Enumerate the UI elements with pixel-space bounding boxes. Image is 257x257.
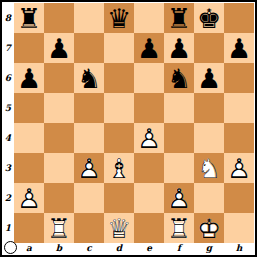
file-label: d bbox=[104, 242, 134, 255]
square-e1[interactable] bbox=[134, 213, 164, 243]
square-a5[interactable] bbox=[14, 93, 44, 123]
square-d3[interactable]: ♝♗ bbox=[104, 153, 134, 183]
white-piece-fill: ♟ bbox=[14, 183, 44, 213]
square-e5[interactable] bbox=[134, 93, 164, 123]
rank-label: 2 bbox=[2, 183, 14, 213]
piece-black-knight[interactable]: ♞ bbox=[74, 63, 104, 93]
square-g2[interactable] bbox=[194, 183, 224, 213]
piece-white-pawn[interactable]: ♟♙ bbox=[164, 183, 194, 213]
piece-black-knight[interactable]: ♞ bbox=[164, 63, 194, 93]
black-piece-glyph: ♜ bbox=[164, 3, 194, 33]
white-piece-outline: ♙ bbox=[14, 183, 44, 213]
square-d6[interactable] bbox=[104, 63, 134, 93]
rank-label: 6 bbox=[2, 63, 14, 93]
square-b5[interactable] bbox=[44, 93, 74, 123]
square-a4[interactable] bbox=[14, 123, 44, 153]
piece-black-pawn[interactable]: ♟ bbox=[134, 33, 164, 63]
black-piece-glyph: ♜ bbox=[14, 3, 44, 33]
black-piece-glyph: ♟ bbox=[194, 63, 224, 93]
rank-label: 8 bbox=[2, 3, 14, 33]
piece-white-rook[interactable]: ♜♖ bbox=[164, 213, 194, 243]
square-c4[interactable] bbox=[74, 123, 104, 153]
square-h6[interactable] bbox=[224, 63, 254, 93]
white-piece-fill: ♜ bbox=[44, 213, 74, 243]
white-piece-fill: ♞ bbox=[194, 153, 224, 183]
white-piece-fill: ♟ bbox=[134, 123, 164, 153]
piece-white-pawn[interactable]: ♟♙ bbox=[74, 153, 104, 183]
square-a7[interactable] bbox=[14, 33, 44, 63]
file-label: h bbox=[224, 242, 254, 255]
square-e2[interactable] bbox=[134, 183, 164, 213]
piece-white-king[interactable]: ♚♔ bbox=[194, 213, 224, 243]
piece-black-pawn[interactable]: ♟ bbox=[164, 33, 194, 63]
square-d2[interactable] bbox=[104, 183, 134, 213]
rank-label: 1 bbox=[2, 213, 14, 243]
square-g6[interactable]: ♟ bbox=[194, 63, 224, 93]
square-h3[interactable]: ♟♙ bbox=[224, 153, 254, 183]
black-piece-glyph: ♟ bbox=[134, 33, 164, 63]
white-piece-outline: ♖ bbox=[44, 213, 74, 243]
rank-label: 3 bbox=[2, 153, 14, 183]
square-a2[interactable]: ♟♙ bbox=[14, 183, 44, 213]
square-h4[interactable] bbox=[224, 123, 254, 153]
white-piece-outline: ♘ bbox=[194, 153, 224, 183]
white-piece-outline: ♙ bbox=[224, 153, 254, 183]
square-a1[interactable] bbox=[14, 213, 44, 243]
white-piece-outline: ♙ bbox=[164, 183, 194, 213]
square-f4[interactable] bbox=[164, 123, 194, 153]
square-b2[interactable] bbox=[44, 183, 74, 213]
square-h5[interactable] bbox=[224, 93, 254, 123]
piece-black-rook[interactable]: ♜ bbox=[164, 3, 194, 33]
square-h7[interactable]: ♟ bbox=[224, 33, 254, 63]
square-b7[interactable]: ♟ bbox=[44, 33, 74, 63]
square-e8[interactable] bbox=[134, 3, 164, 33]
piece-white-bishop[interactable]: ♝♗ bbox=[104, 153, 134, 183]
piece-white-knight[interactable]: ♞♘ bbox=[194, 153, 224, 183]
square-e4[interactable]: ♟♙ bbox=[134, 123, 164, 153]
square-f6[interactable]: ♞ bbox=[164, 63, 194, 93]
square-a3[interactable] bbox=[14, 153, 44, 183]
square-g1[interactable]: ♚♔ bbox=[194, 213, 224, 243]
square-f8[interactable]: ♜ bbox=[164, 3, 194, 33]
square-c5[interactable] bbox=[74, 93, 104, 123]
piece-white-pawn[interactable]: ♟♙ bbox=[14, 183, 44, 213]
piece-black-pawn[interactable]: ♟ bbox=[14, 63, 44, 93]
piece-black-rook[interactable]: ♜ bbox=[14, 3, 44, 33]
square-f5[interactable] bbox=[164, 93, 194, 123]
square-f7[interactable]: ♟ bbox=[164, 33, 194, 63]
square-d5[interactable] bbox=[104, 93, 134, 123]
square-h2[interactable] bbox=[224, 183, 254, 213]
square-c3[interactable]: ♟♙ bbox=[74, 153, 104, 183]
piece-white-queen[interactable]: ♛♕ bbox=[104, 213, 134, 243]
rank-label: 7 bbox=[2, 33, 14, 63]
square-f2[interactable]: ♟♙ bbox=[164, 183, 194, 213]
piece-white-pawn[interactable]: ♟♙ bbox=[134, 123, 164, 153]
file-label: f bbox=[164, 242, 194, 255]
file-label: c bbox=[74, 242, 104, 255]
white-piece-outline: ♔ bbox=[194, 213, 224, 243]
black-piece-glyph: ♟ bbox=[164, 33, 194, 63]
rank-labels: 8 7 6 5 4 3 2 1 bbox=[2, 3, 14, 243]
square-g3[interactable]: ♞♘ bbox=[194, 153, 224, 183]
square-c8[interactable] bbox=[74, 3, 104, 33]
black-piece-glyph: ♟ bbox=[44, 33, 74, 63]
white-piece-fill: ♟ bbox=[164, 183, 194, 213]
square-d4[interactable] bbox=[104, 123, 134, 153]
square-g4[interactable] bbox=[194, 123, 224, 153]
file-label: e bbox=[134, 242, 164, 255]
piece-white-rook[interactable]: ♜♖ bbox=[44, 213, 74, 243]
square-b3[interactable] bbox=[44, 153, 74, 183]
square-e3[interactable] bbox=[134, 153, 164, 183]
square-d7[interactable] bbox=[104, 33, 134, 63]
square-b6[interactable] bbox=[44, 63, 74, 93]
square-b4[interactable] bbox=[44, 123, 74, 153]
square-g7[interactable] bbox=[194, 33, 224, 63]
square-a8[interactable]: ♜ bbox=[14, 3, 44, 33]
rank-label: 4 bbox=[2, 123, 14, 153]
piece-black-queen[interactable]: ♛ bbox=[104, 3, 134, 33]
white-piece-outline: ♖ bbox=[164, 213, 194, 243]
black-piece-glyph: ♛ bbox=[104, 3, 134, 33]
square-c7[interactable] bbox=[74, 33, 104, 63]
white-piece-outline: ♙ bbox=[74, 153, 104, 183]
piece-white-pawn[interactable]: ♟♙ bbox=[224, 153, 254, 183]
square-c2[interactable] bbox=[74, 183, 104, 213]
square-f3[interactable] bbox=[164, 153, 194, 183]
white-piece-outline: ♙ bbox=[134, 123, 164, 153]
black-piece-glyph: ♞ bbox=[74, 63, 104, 93]
white-piece-outline: ♗ bbox=[104, 153, 134, 183]
file-label: a bbox=[14, 242, 44, 255]
white-piece-fill: ♚ bbox=[194, 213, 224, 243]
white-piece-fill: ♟ bbox=[74, 153, 104, 183]
file-label: g bbox=[194, 242, 224, 255]
piece-black-pawn[interactable]: ♟ bbox=[224, 33, 254, 63]
square-e7[interactable]: ♟ bbox=[134, 33, 164, 63]
piece-black-pawn[interactable]: ♟ bbox=[44, 33, 74, 63]
chess-diagram: 8 7 6 5 4 3 2 1 ♜♛♜♚♟♟♟♟♟♞♞♟♟♙♟♙♝♗♞♘♟♙♟♙… bbox=[0, 0, 257, 257]
square-g5[interactable] bbox=[194, 93, 224, 123]
square-e6[interactable] bbox=[134, 63, 164, 93]
square-c6[interactable]: ♞ bbox=[74, 63, 104, 93]
piece-black-king[interactable]: ♚ bbox=[194, 3, 224, 33]
square-b1[interactable]: ♜♖ bbox=[44, 213, 74, 243]
square-d8[interactable]: ♛ bbox=[104, 3, 134, 33]
black-piece-glyph: ♚ bbox=[194, 3, 224, 33]
square-f1[interactable]: ♜♖ bbox=[164, 213, 194, 243]
square-d1[interactable]: ♛♕ bbox=[104, 213, 134, 243]
square-h8[interactable] bbox=[224, 3, 254, 33]
white-piece-fill: ♜ bbox=[164, 213, 194, 243]
square-h1[interactable] bbox=[224, 213, 254, 243]
square-g8[interactable]: ♚ bbox=[194, 3, 224, 33]
white-piece-fill: ♟ bbox=[224, 153, 254, 183]
square-a6[interactable]: ♟ bbox=[14, 63, 44, 93]
file-label: b bbox=[44, 242, 74, 255]
white-piece-fill: ♝ bbox=[104, 153, 134, 183]
rank-label: 5 bbox=[2, 93, 14, 123]
chess-board[interactable]: ♜♛♜♚♟♟♟♟♟♞♞♟♟♙♟♙♝♗♞♘♟♙♟♙♟♙♜♖♛♕♜♖♚♔ bbox=[14, 3, 254, 243]
square-c1[interactable] bbox=[74, 213, 104, 243]
white-piece-fill: ♛ bbox=[104, 213, 134, 243]
black-piece-glyph: ♟ bbox=[224, 33, 254, 63]
black-piece-glyph: ♞ bbox=[164, 63, 194, 93]
black-piece-glyph: ♟ bbox=[14, 63, 44, 93]
piece-black-pawn[interactable]: ♟ bbox=[194, 63, 224, 93]
white-piece-outline: ♕ bbox=[104, 213, 134, 243]
square-b8[interactable] bbox=[44, 3, 74, 33]
